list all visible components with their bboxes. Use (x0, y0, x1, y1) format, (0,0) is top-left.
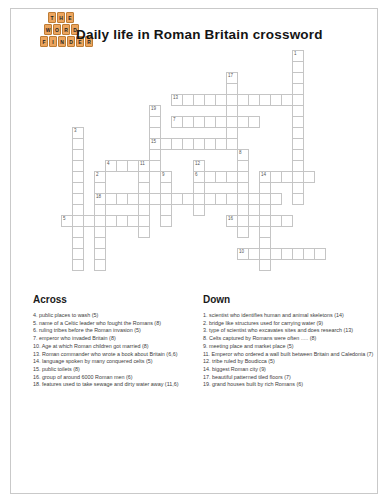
clue-number-label: 13 (173, 95, 178, 100)
down-clues-section: Down 1. scientist who identifies human a… (203, 294, 383, 389)
clue-number-label: 1 (294, 51, 297, 56)
clue-item: 1. scientist who identifies human and an… (203, 312, 383, 320)
clue-number-label: 3 (74, 128, 77, 133)
clue-item: 9. meeting place and market place (5) (203, 343, 383, 351)
clue-item: 2. bridge like structures used for carry… (203, 320, 383, 328)
clue-number-label: 15 (151, 139, 156, 144)
clue-item: 7. emperor who invaded Britain (8) (33, 335, 201, 343)
grid-cell (248, 116, 260, 128)
clue-item: 17. beautiful patterned tiled floors (7) (203, 374, 383, 382)
clue-number-label: 6 (195, 172, 198, 177)
clue-number-label: 12 (195, 161, 200, 166)
page-title: Daily life in Roman Britain crossword (76, 27, 323, 42)
clue-number-label: 9 (162, 172, 165, 177)
clue-item: 5. name of a Celtic leader who fought th… (33, 320, 201, 328)
clue-item: 14. biggest Roman city (9) (203, 366, 383, 374)
clue-number-label: 17 (228, 73, 233, 78)
logo-tile: N (58, 36, 66, 47)
clue-number-label: 10 (239, 249, 244, 254)
across-clues-section: Across 4. public places to wash (5)5. na… (33, 294, 201, 389)
grid-cell (281, 215, 293, 227)
clue-number-label: 19 (151, 106, 156, 111)
clue-item: 16. group of around 6000 Roman men (6) (33, 374, 201, 382)
clue-item: 13. Roman commander who wrote a book abo… (33, 351, 201, 359)
logo-tile: R (62, 24, 70, 35)
grid-cell (160, 215, 172, 227)
clue-number-label: 16 (228, 216, 233, 221)
clue-number-label: 18 (96, 194, 101, 199)
logo-row: THE (48, 12, 93, 23)
clue-number-label: 11 (140, 161, 145, 166)
clue-item: 10. Age at which Roman children got marr… (33, 343, 201, 351)
clue-item: 19. grand houses built by rich Romans (6… (203, 381, 383, 389)
clue-number-label: 8 (239, 150, 242, 155)
grid-cell (270, 193, 282, 205)
logo-tile: T (48, 12, 56, 23)
logo-tile: H (57, 12, 65, 23)
grid-cell (314, 248, 326, 260)
clue-item: 4. public places to wash (5) (33, 312, 201, 320)
logo-tile: D (67, 36, 75, 47)
clue-item: 14. language spoken by many conquered ce… (33, 358, 201, 366)
clue-item: 3. type of scientist who excavates sites… (203, 327, 383, 335)
clue-item: 6. ruling tribes before the Roman invasi… (33, 327, 201, 335)
clue-number-label: 4 (107, 161, 110, 166)
grid-cell (193, 204, 205, 216)
down-heading: Down (203, 294, 383, 305)
grid-cell (72, 259, 84, 271)
clue-number-label: 5 (63, 216, 66, 221)
crossword-grid: 11713197315841112296141851610 (61, 50, 326, 271)
logo-tile: O (53, 24, 61, 35)
clue-number-label: 14 (261, 172, 266, 177)
grid-cell (303, 171, 315, 183)
grid-cell (237, 226, 249, 238)
clue-item: 8. Celts captured by Romans were often .… (203, 335, 383, 343)
across-clue-list: 4. public places to wash (5)5. name of a… (33, 312, 201, 389)
clue-item: 11. Emperor who ordered a wall built bet… (203, 351, 383, 359)
clue-item: 15. public toilets (8) (33, 366, 201, 374)
clue-item: 12. tribe ruled by Boudicca (5) (203, 358, 383, 366)
clue-number-label: 7 (173, 117, 176, 122)
down-clue-list: 1. scientist who identifies human and an… (203, 312, 383, 389)
grid-cell (138, 226, 150, 238)
logo-tile: W (44, 24, 52, 35)
page: { "game": "crossword", "title": "Daily l… (0, 0, 386, 500)
grid-cell (94, 259, 106, 271)
logo-tile: I (49, 36, 57, 47)
logo-tile: E (66, 12, 74, 23)
across-heading: Across (33, 294, 201, 305)
grid-cell (292, 193, 304, 205)
grid-cell (259, 259, 271, 271)
clue-number-label: 2 (96, 172, 99, 177)
logo-tile: F (40, 36, 48, 47)
clue-item: 18. features used to take sewage and dir… (33, 381, 201, 389)
